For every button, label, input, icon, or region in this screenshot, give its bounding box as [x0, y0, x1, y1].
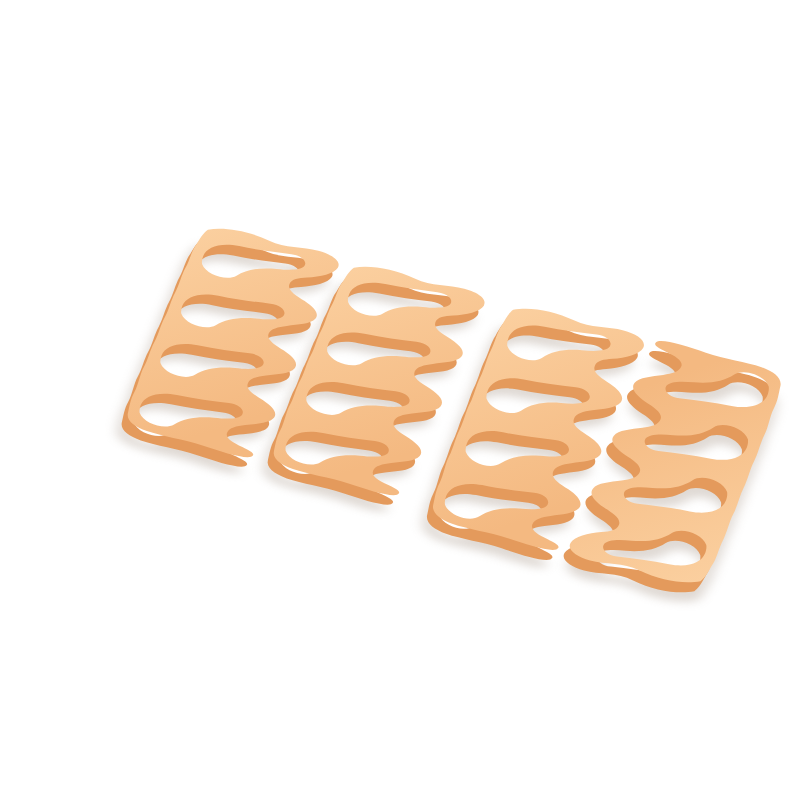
product-photo: [40, 16, 800, 800]
toe-separators-illustration: [40, 16, 800, 800]
